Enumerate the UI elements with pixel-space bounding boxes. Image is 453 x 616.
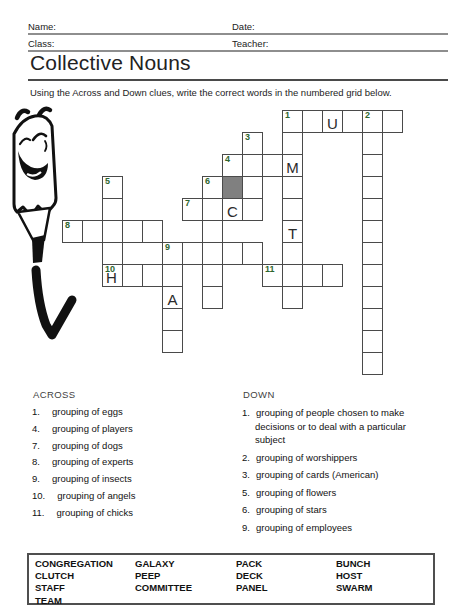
across-clue-list: 1.grouping of eggs4.grouping of players7…: [32, 406, 222, 519]
crossword-grid: 1U234M567C8T910H11A: [62, 110, 403, 375]
clue-item: 11.grouping of chicks: [32, 507, 222, 519]
grid-cell[interactable]: [82, 220, 103, 243]
class-label: Class:: [28, 38, 54, 49]
date-label: Date:: [232, 21, 255, 32]
grid-cell[interactable]: [362, 286, 383, 309]
grid-cell[interactable]: [342, 110, 363, 133]
grid-cell[interactable]: [202, 198, 223, 221]
grid-clue-number: 3: [245, 132, 250, 142]
clue-number: 8.: [32, 456, 40, 467]
word-bank-item: COMMITTEE: [135, 582, 192, 593]
clue-item: 9.grouping of employees: [242, 521, 438, 535]
grid-cell[interactable]: [242, 154, 263, 177]
grid-cell[interactable]: T: [282, 220, 303, 243]
hint-letter: C: [223, 204, 242, 219]
clue-text: grouping of worshippers: [256, 452, 357, 463]
clue-number: 10.: [32, 490, 45, 501]
grid-cell[interactable]: [182, 242, 203, 265]
grid-cell[interactable]: 3: [242, 132, 263, 155]
hint-letter: T: [283, 226, 302, 241]
grid-cell[interactable]: [162, 264, 183, 287]
word-bank-item: PEEP: [135, 570, 160, 581]
clue-text: grouping of eggs: [52, 406, 123, 417]
word-bank-item: STAFF: [35, 582, 65, 593]
pencil-sharpened-wood: [18, 208, 50, 242]
grid-cell[interactable]: [282, 242, 303, 265]
clue-item: 7.grouping of dogs: [32, 440, 222, 452]
grid-cell[interactable]: [362, 154, 383, 177]
name-date-line[interactable]: Name: Date:: [28, 20, 448, 35]
grid-cell[interactable]: [122, 264, 143, 287]
word-bank-rows: CONGREGATIONGALAXYPACKBUNCHCLUTCHPEEPDEC…: [29, 558, 433, 607]
grid-cell[interactable]: [282, 264, 303, 287]
clue-item: 4.grouping of players: [32, 423, 222, 435]
grid-clue-number: 9: [165, 242, 170, 252]
clue-number: 5.: [242, 487, 250, 498]
word-bank: CONGREGATIONGALAXYPACKBUNCHCLUTCHPEEPDEC…: [27, 553, 435, 605]
grid-cell[interactable]: [102, 220, 123, 243]
grid-clue-number: 11: [265, 264, 275, 274]
grid-cell[interactable]: 9: [162, 242, 183, 265]
grid-clue-number: 4: [225, 154, 230, 164]
word-bank-item: CLUTCH: [35, 570, 74, 581]
clue-text: grouping of flowers: [256, 487, 336, 498]
clue-item: 6.grouping of stars: [242, 503, 438, 517]
grid-clue-number: 7: [185, 198, 190, 208]
grid-cell[interactable]: [142, 220, 163, 243]
word-bank-item: TEAM: [35, 595, 62, 606]
clue-item: 9.grouping of insects: [32, 473, 222, 485]
word-bank-item: GALAXY: [135, 558, 175, 569]
grid-cell[interactable]: [302, 264, 323, 287]
word-bank-item: SWARM: [336, 582, 372, 593]
pencil-eyebrow-right: [39, 109, 50, 115]
grid-cell[interactable]: [282, 132, 303, 155]
instructions-text: Using the Across and Down clues, write t…: [30, 87, 430, 98]
blocked-cell: [222, 176, 243, 199]
word-bank-item: PANEL: [236, 582, 268, 593]
clue-item: 1.grouping of people chosen to make deci…: [242, 406, 438, 447]
clue-number: 3.: [242, 469, 250, 480]
word-bank-item: CONGREGATION: [35, 558, 113, 569]
grid-cell[interactable]: [102, 198, 123, 221]
down-header: DOWN: [243, 390, 438, 400]
hint-letter: A: [163, 292, 182, 307]
grid-cell[interactable]: 1: [282, 110, 303, 133]
grid-cell[interactable]: [242, 198, 263, 221]
title-divider: [28, 79, 448, 81]
clue-text: grouping of stars: [256, 504, 327, 515]
pencil-eyebrow-left: [17, 111, 28, 118]
grid-cell[interactable]: [322, 264, 343, 287]
grid-cell[interactable]: 8: [62, 220, 83, 243]
grid-clue-number: 8: [65, 220, 70, 230]
down-clue-list: 1.grouping of people chosen to make deci…: [242, 406, 438, 534]
word-bank-row: CLUTCHPEEPDECKHOST: [29, 570, 433, 582]
clue-text: grouping of experts: [52, 456, 133, 467]
grid-cell[interactable]: [242, 242, 263, 265]
grid-cell[interactable]: [142, 264, 163, 287]
grid-cell[interactable]: 5: [102, 176, 123, 199]
grid-cell[interactable]: [202, 242, 223, 265]
clue-text: grouping of angels: [57, 490, 135, 501]
grid-cell[interactable]: 7: [182, 198, 203, 221]
clue-text: grouping of cards (American): [256, 469, 379, 480]
teacher-label: Teacher:: [232, 38, 268, 49]
clue-number: 4.: [32, 423, 40, 434]
grid-cell[interactable]: [362, 176, 383, 199]
clue-number: 7.: [32, 440, 40, 451]
clue-item: 2.grouping of worshippers: [242, 451, 438, 465]
grid-cell[interactable]: [362, 264, 383, 287]
clue-number: 11.: [32, 507, 45, 518]
name-label: Name:: [28, 21, 56, 32]
clue-text: grouping of insects: [52, 473, 132, 484]
hint-letter: M: [283, 160, 302, 175]
grid-cell[interactable]: [362, 242, 383, 265]
grid-cell[interactable]: [362, 352, 383, 375]
grid-cell[interactable]: [162, 330, 183, 353]
clue-number: 2.: [242, 452, 250, 463]
hint-letter: U: [323, 116, 342, 131]
grid-cell[interactable]: [242, 176, 263, 199]
clue-item: 10.grouping of angels: [32, 490, 222, 502]
clue-number: 6.: [242, 504, 250, 515]
clue-item: 1.grouping of eggs: [32, 406, 222, 418]
word-bank-item: PACK: [236, 558, 262, 569]
grid-cell[interactable]: [102, 242, 123, 265]
grid-cell[interactable]: [282, 198, 303, 221]
across-header: ACROSS: [33, 390, 222, 400]
grid-cell[interactable]: [382, 110, 403, 133]
grid-cell[interactable]: [262, 154, 283, 177]
grid-cell[interactable]: [282, 176, 303, 199]
grid-clue-number: 1: [285, 110, 290, 120]
page-title: Collective Nouns: [30, 51, 191, 75]
pencil-tip: [32, 235, 45, 263]
clue-text: grouping of dogs: [52, 440, 123, 451]
grid-cell[interactable]: [362, 220, 383, 243]
grid-clue-number: 2: [365, 110, 370, 120]
clue-number: 9.: [32, 473, 40, 484]
grid-cell[interactable]: [362, 330, 383, 353]
grid-cell[interactable]: [202, 264, 223, 287]
word-bank-row: CONGREGATIONGALAXYPACKBUNCH: [29, 558, 433, 570]
grid-cell[interactable]: 6: [202, 176, 223, 199]
grid-cell[interactable]: [302, 110, 323, 133]
grid-cell[interactable]: [122, 220, 143, 243]
grid-cell[interactable]: 4: [222, 154, 243, 177]
grid-cell[interactable]: A: [162, 286, 183, 309]
clue-text: grouping of people chosen to make decisi…: [255, 407, 406, 445]
clue-number: 1.: [32, 406, 40, 417]
clue-item: 5.grouping of flowers: [242, 486, 438, 500]
grid-cell[interactable]: 10H: [102, 264, 123, 287]
word-bank-row: STAFFCOMMITTEEPANELSWARM: [29, 582, 433, 594]
grid-cell[interactable]: [162, 308, 183, 331]
clue-item: 3.grouping of cards (American): [242, 468, 438, 482]
clue-text: grouping of players: [52, 423, 133, 434]
grid-cell[interactable]: [362, 132, 383, 155]
grid-cell[interactable]: [362, 198, 383, 221]
hint-letter: H: [103, 270, 122, 285]
clue-text: grouping of employees: [256, 522, 352, 533]
clue-text: grouping of chicks: [57, 507, 134, 518]
grid-cell[interactable]: U: [322, 110, 343, 133]
grid-cell[interactable]: [282, 286, 303, 309]
grid-clue-number: 6: [205, 176, 210, 186]
grid-cell[interactable]: M: [282, 154, 303, 177]
grid-cell[interactable]: 2: [362, 110, 383, 133]
across-clues-section: ACROSS 1.grouping of eggs4.grouping of p…: [32, 390, 222, 524]
pencil-body: [14, 116, 56, 216]
grid-cell[interactable]: [202, 286, 223, 309]
grid-cell[interactable]: [362, 308, 383, 331]
word-bank-item: DECK: [236, 570, 263, 581]
word-bank-item: BUNCH: [336, 558, 370, 569]
grid-cell[interactable]: [222, 242, 243, 265]
word-bank-row: TEAM: [29, 595, 433, 607]
grid-cell[interactable]: 11: [262, 264, 283, 287]
clue-item: 8.grouping of experts: [32, 456, 222, 468]
clue-number: 9.: [242, 522, 250, 533]
word-bank-item: HOST: [336, 570, 362, 581]
class-teacher-line[interactable]: Class: Teacher:: [28, 37, 448, 52]
down-clues-section: DOWN 1.grouping of people chosen to make…: [242, 390, 438, 538]
grid-cell[interactable]: C: [222, 198, 243, 221]
worksheet-page: Name: Date: Class: Teacher: Collective N…: [0, 0, 453, 616]
clue-number: 1.: [242, 407, 250, 418]
grid-clue-number: 5: [105, 176, 110, 186]
grid-cell[interactable]: [202, 220, 223, 243]
